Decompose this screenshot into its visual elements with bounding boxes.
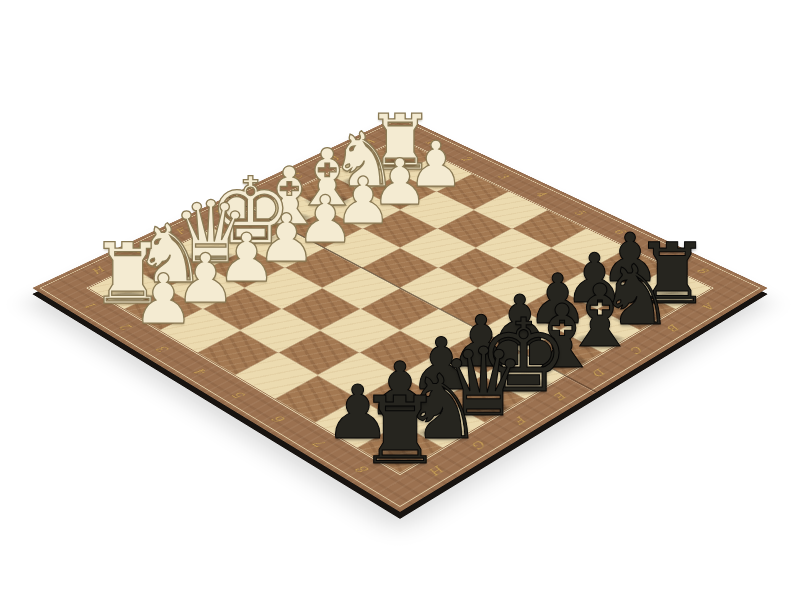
rank-label-sw-1: 1 xyxy=(81,301,99,311)
file-label-se-e: E xyxy=(551,390,571,401)
file-label-se-g: G xyxy=(469,438,490,450)
chess-board: 11AA22BB33CC44DD55EE66FF77GG88HH xyxy=(32,116,767,512)
squares-grid xyxy=(89,139,711,473)
rank-label-ne-4: 4 xyxy=(533,190,549,198)
file-label-se-d: D xyxy=(589,366,610,377)
file-label-nw-a: A xyxy=(361,138,378,146)
rank-label-sw-6: 6 xyxy=(269,414,288,425)
rank-label-sw-8: 8 xyxy=(352,464,372,476)
rank-label-ne-8: 8 xyxy=(694,266,711,275)
rank-label-ne-5: 5 xyxy=(571,208,587,216)
file-label-nw-g: G xyxy=(131,246,149,256)
file-label-nw-b: B xyxy=(325,155,342,163)
rank-label-ne-1: 1 xyxy=(422,138,438,146)
rank-label-sw-4: 4 xyxy=(191,367,210,377)
rank-label-ne-2: 2 xyxy=(458,155,474,163)
product-photo-stage: Wooden folding chess set with pieces set… xyxy=(0,0,800,600)
rank-label-sw-7: 7 xyxy=(310,439,330,450)
file-label-se-c: C xyxy=(627,344,647,355)
file-label-nw-f: F xyxy=(172,227,189,236)
file-label-se-h: H xyxy=(426,463,448,476)
file-label-nw-c: C xyxy=(288,172,305,181)
file-label-se-b: B xyxy=(664,322,683,332)
rank-label-sw-3: 3 xyxy=(153,344,172,354)
border-inlay-inner xyxy=(86,138,714,475)
rank-label-ne-7: 7 xyxy=(652,246,669,255)
rank-label-sw-2: 2 xyxy=(117,323,136,333)
file-label-se-f: F xyxy=(511,414,531,425)
board-perspective-wrapper: 11AA22BB33CC44DD55EE66FF77GG88HH xyxy=(32,116,767,512)
rank-label-ne-6: 6 xyxy=(611,227,628,236)
file-label-nw-d: D xyxy=(250,190,268,199)
rank-label-ne-3: 3 xyxy=(495,172,511,180)
file-label-nw-h: H xyxy=(88,265,107,275)
file-label-se-a: A xyxy=(700,301,719,311)
rank-label-sw-5: 5 xyxy=(229,390,248,401)
file-label-nw-e: E xyxy=(212,208,229,217)
